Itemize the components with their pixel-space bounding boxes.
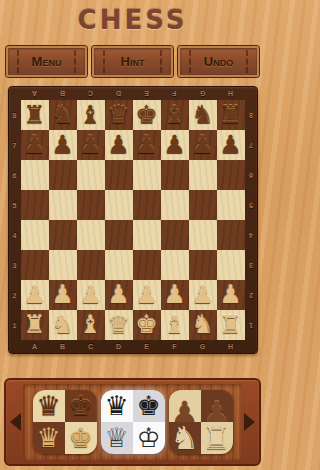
square-h5[interactable] — [217, 190, 245, 220]
toolbar: Menu Hint Undo — [0, 46, 265, 77]
set-cell: ♟ — [201, 390, 233, 422]
piece-set-tiles: ♛♚♛♚♛♚♕♔♟♟♞♜ — [23, 380, 242, 464]
black-king-e8[interactable]: ♚ — [135, 101, 157, 129]
square-e3[interactable] — [133, 250, 161, 280]
square-h7[interactable]: ♟ — [217, 130, 245, 160]
file-label-top-f: F — [161, 87, 189, 100]
square-f1[interactable]: ♝ — [161, 310, 189, 340]
set-cell: ♚ — [65, 422, 97, 454]
square-d5[interactable] — [105, 190, 133, 220]
rank-label-right-7: 7 — [245, 130, 257, 160]
rank-label-right-6: 6 — [245, 160, 257, 190]
white-knight-icon: ♞ — [170, 423, 199, 453]
white-pawn-g2[interactable]: ♟ — [191, 281, 213, 309]
square-f6[interactable] — [161, 160, 189, 190]
file-label-bottom-a: A — [21, 340, 49, 353]
black-pawn-d7[interactable]: ♟ — [107, 131, 129, 159]
square-e1[interactable]: ♚ — [133, 310, 161, 340]
square-e7[interactable]: ♟ — [133, 130, 161, 160]
black-queen-d8[interactable]: ♛ — [107, 101, 129, 129]
square-g5[interactable] — [189, 190, 217, 220]
square-b1[interactable]: ♞ — [49, 310, 77, 340]
square-e5[interactable] — [133, 190, 161, 220]
file-label-top-e: E — [133, 87, 161, 100]
rank-label-right-4: 4 — [245, 220, 257, 250]
rank-label-left-8: 8 — [9, 100, 21, 130]
black-knight-b8[interactable]: ♞ — [51, 101, 73, 129]
white-pawn-e2[interactable]: ♟ — [135, 281, 157, 309]
square-g3[interactable] — [189, 250, 217, 280]
tray-left-arrow-icon[interactable] — [10, 413, 21, 431]
square-c2[interactable]: ♟ — [77, 280, 105, 310]
black-pawn-a7[interactable]: ♟ — [23, 131, 45, 159]
set-cell: ♛ — [101, 390, 133, 422]
file-label-top-b: B — [49, 87, 77, 100]
black-queen-icon: ♛ — [104, 391, 128, 421]
black-bishop-c8[interactable]: ♝ — [79, 101, 101, 129]
square-f2[interactable]: ♟ — [161, 280, 189, 310]
square-c7[interactable]: ♟ — [77, 130, 105, 160]
set-cell: ♟ — [169, 390, 201, 422]
square-g2[interactable]: ♟ — [189, 280, 217, 310]
square-b6[interactable] — [49, 160, 77, 190]
rank-label-left-1: 1 — [9, 310, 21, 340]
white-queen-d1[interactable]: ♛ — [107, 311, 129, 339]
square-f5[interactable] — [161, 190, 189, 220]
square-b4[interactable] — [49, 220, 77, 250]
square-a3[interactable] — [21, 250, 49, 280]
piece-set-tray: ♛♚♛♚♛♚♕♔♟♟♞♜ — [4, 378, 261, 466]
rank-label-right-3: 3 — [245, 250, 257, 280]
rank-label-right-5: 5 — [245, 190, 257, 220]
rank-label-right-8: 8 — [245, 100, 257, 130]
black-pawn-g7[interactable]: ♟ — [191, 131, 213, 159]
square-a7[interactable]: ♟ — [21, 130, 49, 160]
piece-set-wooden-classic[interactable]: ♛♚♛♚ — [33, 390, 97, 454]
square-c8[interactable]: ♝ — [77, 100, 105, 130]
black-pawn-h7[interactable]: ♟ — [219, 131, 241, 159]
square-h4[interactable] — [217, 220, 245, 250]
white-rook-h1[interactable]: ♜ — [219, 311, 241, 339]
black-bishop-f8[interactable]: ♝ — [163, 101, 185, 129]
square-c4[interactable] — [77, 220, 105, 250]
square-a6[interactable] — [21, 160, 49, 190]
file-label-top-h: H — [217, 87, 245, 100]
square-e8[interactable]: ♚ — [133, 100, 161, 130]
square-f4[interactable] — [161, 220, 189, 250]
square-h6[interactable] — [217, 160, 245, 190]
white-rook-a1[interactable]: ♜ — [23, 311, 45, 339]
set-cell: ♛ — [33, 422, 65, 454]
white-pawn-f2[interactable]: ♟ — [163, 281, 185, 309]
square-g6[interactable] — [189, 160, 217, 190]
file-label-bottom-g: G — [189, 340, 217, 353]
file-label-bottom-c: C — [77, 340, 105, 353]
square-h8[interactable]: ♜ — [217, 100, 245, 130]
black-king-icon: ♚ — [68, 391, 92, 421]
square-d6[interactable] — [105, 160, 133, 190]
square-d8[interactable]: ♛ — [105, 100, 133, 130]
white-king-icon: ♚ — [68, 423, 92, 453]
rank-label-left-5: 5 — [9, 190, 21, 220]
square-c1[interactable]: ♝ — [77, 310, 105, 340]
frame-corner — [245, 87, 257, 100]
tray-right-arrow-icon[interactable] — [244, 413, 255, 431]
square-f7[interactable]: ♟ — [161, 130, 189, 160]
square-a4[interactable] — [21, 220, 49, 250]
chess-board: ABCDEFGH8♜♞♝♛♚♝♞♜87♟♟♟♟♟♟♟♟7665544332♟♟♟… — [8, 86, 258, 354]
frame-corner — [245, 340, 257, 353]
square-h3[interactable] — [217, 250, 245, 280]
rank-label-left-6: 6 — [9, 160, 21, 190]
square-e4[interactable] — [133, 220, 161, 250]
file-label-bottom-d: D — [105, 340, 133, 353]
white-pawn-a2[interactable]: ♟ — [23, 281, 45, 309]
set-cell: ♛ — [33, 390, 65, 422]
square-g4[interactable] — [189, 220, 217, 250]
white-rook-icon: ♜ — [202, 423, 231, 453]
menu-button[interactable]: Menu — [6, 46, 87, 77]
undo-button[interactable]: Undo — [178, 46, 259, 77]
hint-button[interactable]: Hint — [92, 46, 173, 77]
black-pawn-c7[interactable]: ♟ — [79, 131, 101, 159]
square-d3[interactable] — [105, 250, 133, 280]
square-g8[interactable]: ♞ — [189, 100, 217, 130]
square-b7[interactable]: ♟ — [49, 130, 77, 160]
square-h1[interactable]: ♜ — [217, 310, 245, 340]
square-e2[interactable]: ♟ — [133, 280, 161, 310]
black-rook-h8[interactable]: ♜ — [219, 101, 241, 129]
square-d1[interactable]: ♛ — [105, 310, 133, 340]
piece-set-photo-3d[interactable]: ♟♟♞♜ — [169, 390, 233, 454]
square-a8[interactable]: ♜ — [21, 100, 49, 130]
black-king-icon: ♚ — [136, 391, 160, 421]
black-queen-icon: ♛ — [36, 391, 60, 421]
square-a5[interactable] — [21, 190, 49, 220]
square-c3[interactable] — [77, 250, 105, 280]
square-a1[interactable]: ♜ — [21, 310, 49, 340]
square-b8[interactable]: ♞ — [49, 100, 77, 130]
white-pawn-b2[interactable]: ♟ — [51, 281, 73, 309]
black-rook-a8[interactable]: ♜ — [23, 101, 45, 129]
square-g1[interactable]: ♞ — [189, 310, 217, 340]
file-label-top-g: G — [189, 87, 217, 100]
square-f8[interactable]: ♝ — [161, 100, 189, 130]
white-king-icon: ♔ — [136, 423, 160, 453]
white-knight-g1[interactable]: ♞ — [191, 311, 213, 339]
square-b3[interactable] — [49, 250, 77, 280]
square-h2[interactable]: ♟ — [217, 280, 245, 310]
white-bishop-c1[interactable]: ♝ — [79, 311, 101, 339]
set-cell: ♕ — [101, 422, 133, 454]
piece-set-flat-2d[interactable]: ♛♚♕♔ — [101, 390, 165, 454]
white-king-e1[interactable]: ♚ — [135, 311, 157, 339]
white-pawn-d2[interactable]: ♟ — [107, 281, 129, 309]
square-d2[interactable]: ♟ — [105, 280, 133, 310]
file-label-bottom-e: E — [133, 340, 161, 353]
black-pawn-b7[interactable]: ♟ — [51, 131, 73, 159]
rank-label-left-2: 2 — [9, 280, 21, 310]
square-a2[interactable]: ♟ — [21, 280, 49, 310]
file-label-bottom-b: B — [49, 340, 77, 353]
file-label-top-d: D — [105, 87, 133, 100]
black-pawn-e7[interactable]: ♟ — [135, 131, 157, 159]
set-cell: ♞ — [169, 422, 201, 454]
set-cell: ♚ — [133, 390, 165, 422]
file-label-top-a: A — [21, 87, 49, 100]
white-queen-icon: ♛ — [36, 423, 60, 453]
rank-label-left-7: 7 — [9, 130, 21, 160]
square-e6[interactable] — [133, 160, 161, 190]
square-c5[interactable] — [77, 190, 105, 220]
square-d4[interactable] — [105, 220, 133, 250]
file-label-bottom-f: F — [161, 340, 189, 353]
rank-label-right-1: 1 — [245, 310, 257, 340]
rank-label-left-4: 4 — [9, 220, 21, 250]
rank-label-left-3: 3 — [9, 250, 21, 280]
file-label-bottom-h: H — [217, 340, 245, 353]
white-pawn-h2[interactable]: ♟ — [219, 281, 241, 309]
square-b2[interactable]: ♟ — [49, 280, 77, 310]
frame-corner — [9, 87, 21, 100]
black-knight-g8[interactable]: ♞ — [191, 101, 213, 129]
black-pawn-icon: ♟ — [202, 398, 231, 422]
white-pawn-c2[interactable]: ♟ — [79, 281, 101, 309]
black-pawn-icon: ♟ — [170, 398, 199, 422]
square-d7[interactable]: ♟ — [105, 130, 133, 160]
board-area: ABCDEFGH8♜♞♝♛♚♝♞♜87♟♟♟♟♟♟♟♟7665544332♟♟♟… — [5, 86, 260, 354]
black-pawn-f7[interactable]: ♟ — [163, 131, 185, 159]
rank-label-right-2: 2 — [245, 280, 257, 310]
set-cell: ♜ — [201, 422, 233, 454]
white-bishop-f1[interactable]: ♝ — [163, 311, 185, 339]
set-cell: ♚ — [65, 390, 97, 422]
file-label-top-c: C — [77, 87, 105, 100]
frame-corner — [9, 340, 21, 353]
square-g7[interactable]: ♟ — [189, 130, 217, 160]
square-b5[interactable] — [49, 190, 77, 220]
page-title: CHESS — [0, 0, 265, 35]
square-f3[interactable] — [161, 250, 189, 280]
set-cell: ♔ — [133, 422, 165, 454]
white-knight-b1[interactable]: ♞ — [51, 311, 73, 339]
white-queen-icon: ♕ — [104, 423, 128, 453]
square-c6[interactable] — [77, 160, 105, 190]
